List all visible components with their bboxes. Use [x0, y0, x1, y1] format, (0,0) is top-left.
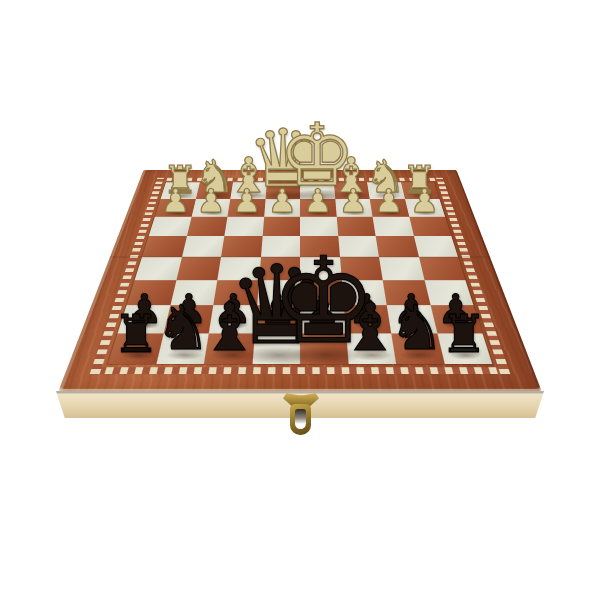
square-e1: [265, 182, 300, 198]
square-f1: [230, 182, 266, 198]
square-e5: [259, 257, 300, 280]
square-d2: [300, 199, 336, 217]
square-h1: [161, 182, 200, 198]
square-c2: [335, 199, 373, 217]
square-a6: [424, 280, 473, 305]
square-f8: [204, 333, 255, 364]
decorative-trim-top: [156, 178, 443, 181]
square-h6: [127, 280, 176, 305]
square-a1: [401, 182, 440, 198]
square-e3: [262, 217, 300, 236]
square-h3: [149, 217, 191, 236]
square-b4: [376, 236, 419, 257]
square-e2: [264, 199, 300, 217]
square-a2: [405, 199, 446, 217]
square-b3: [373, 217, 414, 236]
square-h8: [108, 333, 163, 364]
square-g1: [195, 182, 232, 198]
square-f3: [224, 217, 263, 236]
square-c6: [341, 280, 386, 305]
square-b5: [379, 257, 424, 280]
square-f6: [213, 280, 258, 305]
square-a8: [437, 333, 492, 364]
square-f7: [209, 305, 257, 333]
square-d7: [300, 305, 346, 333]
square-b8: [391, 333, 444, 364]
square-h5: [135, 257, 182, 280]
square-c4: [338, 236, 379, 257]
square-e4: [261, 236, 301, 257]
square-g8: [156, 333, 209, 364]
square-d5: [300, 257, 341, 280]
square-d3: [300, 217, 338, 236]
square-e8: [252, 333, 300, 364]
square-a3: [409, 217, 451, 236]
square-d1: [300, 182, 335, 198]
square-b2: [370, 199, 409, 217]
square-h4: [142, 236, 187, 257]
brass-clasp: [282, 392, 320, 440]
square-f5: [217, 257, 260, 280]
square-d6: [300, 280, 343, 305]
chess-board: [58, 170, 542, 392]
square-d4: [300, 236, 340, 257]
clasp-loop: [290, 404, 311, 435]
square-c5: [340, 257, 383, 280]
square-g3: [187, 217, 228, 236]
square-h2: [155, 199, 196, 217]
square-g5: [176, 257, 221, 280]
square-e6: [257, 280, 300, 305]
fold-seam: [110, 256, 490, 257]
square-c1: [334, 182, 370, 198]
square-b1: [367, 182, 404, 198]
square-d8: [300, 333, 348, 364]
square-c8: [346, 333, 397, 364]
square-a5: [419, 257, 466, 280]
square-a7: [430, 305, 482, 333]
square-g7: [163, 305, 213, 333]
square-h7: [118, 305, 170, 333]
square-b7: [387, 305, 437, 333]
square-f2: [227, 199, 265, 217]
playing-grid: [108, 182, 492, 364]
square-a4: [413, 236, 458, 257]
square-g4: [182, 236, 225, 257]
square-c3: [336, 217, 375, 236]
square-c7: [343, 305, 391, 333]
chess-set-photo: ♜♞♝♛♚♝♞♜♟♟♟♟♟♟♟♟♟♟♟♟♟♟♟♟♜♞♝♛♚♝♞♜: [0, 0, 600, 600]
square-g6: [170, 280, 217, 305]
square-g2: [191, 199, 230, 217]
square-b6: [383, 280, 430, 305]
clasp-loop-hole: [295, 409, 306, 429]
square-e7: [254, 305, 300, 333]
decorative-trim-bottom: [90, 367, 511, 374]
square-f4: [221, 236, 262, 257]
